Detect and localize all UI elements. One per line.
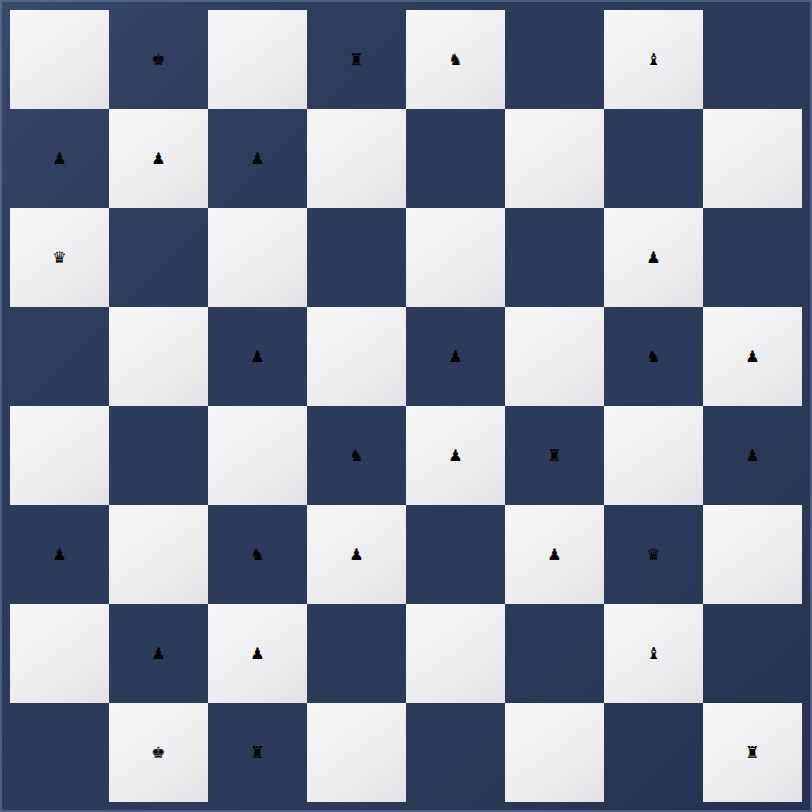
square-d5[interactable]: ♟ <box>406 406 505 505</box>
square-g3[interactable] <box>109 208 208 307</box>
square-d4[interactable]: ♟ <box>406 307 505 406</box>
black-pawn-c6[interactable]: ♟ <box>547 545 561 564</box>
black-king-g8[interactable]: ♚ <box>151 743 165 762</box>
square-c2[interactable] <box>505 109 604 208</box>
square-b8[interactable] <box>604 703 703 802</box>
square-c1[interactable] <box>505 10 604 109</box>
square-d6[interactable] <box>406 505 505 604</box>
square-a3[interactable] <box>703 208 802 307</box>
square-a1[interactable] <box>703 10 802 109</box>
square-a2[interactable] <box>703 109 802 208</box>
square-b2[interactable] <box>604 109 703 208</box>
square-c8[interactable] <box>505 703 604 802</box>
square-f3[interactable] <box>208 208 307 307</box>
square-d2[interactable] <box>406 109 505 208</box>
square-h1[interactable] <box>10 10 109 109</box>
square-h4[interactable] <box>10 307 109 406</box>
square-e4[interactable] <box>307 307 406 406</box>
white-pawn-f2[interactable]: ♟ <box>250 149 264 168</box>
black-rook-f8[interactable]: ♜ <box>250 743 264 762</box>
white-queen-h3[interactable]: ♛ <box>52 248 66 267</box>
white-pawn-h2[interactable]: ♟ <box>52 149 66 168</box>
black-pawn-a5[interactable]: ♟ <box>745 446 759 465</box>
square-e5[interactable]: ♞ <box>307 406 406 505</box>
black-knight-f6[interactable]: ♞ <box>250 545 264 564</box>
square-h6[interactable]: ♟ <box>10 505 109 604</box>
square-c5[interactable]: ♜ <box>505 406 604 505</box>
square-a7[interactable] <box>703 604 802 703</box>
square-e8[interactable] <box>307 703 406 802</box>
square-b4[interactable]: ♞ <box>604 307 703 406</box>
chess-board-frame: ♚♜♞♝♟♟♟♛♟♟♟♞♟♞♟♜♟♟♞♟♟♛♟♟♝♚♜♜ <box>0 0 812 812</box>
square-g4[interactable] <box>109 307 208 406</box>
square-b7[interactable]: ♝ <box>604 604 703 703</box>
black-pawn-g7[interactable]: ♟ <box>151 644 165 663</box>
square-e2[interactable] <box>307 109 406 208</box>
square-f8[interactable]: ♜ <box>208 703 307 802</box>
black-pawn-f7[interactable]: ♟ <box>250 644 264 663</box>
square-a5[interactable]: ♟ <box>703 406 802 505</box>
square-b6[interactable]: ♛ <box>604 505 703 604</box>
square-f6[interactable]: ♞ <box>208 505 307 604</box>
square-g6[interactable] <box>109 505 208 604</box>
black-bishop-b7[interactable]: ♝ <box>646 644 660 663</box>
square-f7[interactable]: ♟ <box>208 604 307 703</box>
square-c3[interactable] <box>505 208 604 307</box>
square-c6[interactable]: ♟ <box>505 505 604 604</box>
square-d8[interactable] <box>406 703 505 802</box>
square-f2[interactable]: ♟ <box>208 109 307 208</box>
white-pawn-a4[interactable]: ♟ <box>745 347 759 366</box>
square-f5[interactable] <box>208 406 307 505</box>
square-a6[interactable] <box>703 505 802 604</box>
square-g8[interactable]: ♚ <box>109 703 208 802</box>
square-g2[interactable]: ♟ <box>109 109 208 208</box>
square-h8[interactable] <box>10 703 109 802</box>
square-b1[interactable]: ♝ <box>604 10 703 109</box>
black-pawn-d5[interactable]: ♟ <box>448 446 462 465</box>
white-pawn-f4[interactable]: ♟ <box>250 347 264 366</box>
black-queen-b6[interactable]: ♛ <box>646 545 660 564</box>
square-d3[interactable] <box>406 208 505 307</box>
white-knight-d1[interactable]: ♞ <box>448 50 462 69</box>
white-knight-e5[interactable]: ♞ <box>349 446 363 465</box>
square-f4[interactable]: ♟ <box>208 307 307 406</box>
white-bishop-b1[interactable]: ♝ <box>646 50 660 69</box>
black-pawn-e6[interactable]: ♟ <box>349 545 363 564</box>
square-a8[interactable]: ♜ <box>703 703 802 802</box>
square-e1[interactable]: ♜ <box>307 10 406 109</box>
square-g5[interactable] <box>109 406 208 505</box>
chess-board: ♚♜♞♝♟♟♟♛♟♟♟♞♟♞♟♜♟♟♞♟♟♛♟♟♝♚♜♜ <box>10 10 802 802</box>
square-h5[interactable] <box>10 406 109 505</box>
square-g1[interactable]: ♚ <box>109 10 208 109</box>
square-f1[interactable] <box>208 10 307 109</box>
square-g7[interactable]: ♟ <box>109 604 208 703</box>
square-h2[interactable]: ♟ <box>10 109 109 208</box>
square-b3[interactable]: ♟ <box>604 208 703 307</box>
white-rook-e1[interactable]: ♜ <box>349 50 363 69</box>
square-c7[interactable] <box>505 604 604 703</box>
white-rook-c5[interactable]: ♜ <box>547 446 561 465</box>
square-h7[interactable] <box>10 604 109 703</box>
white-pawn-b3[interactable]: ♟ <box>646 248 660 267</box>
black-rook-a8[interactable]: ♜ <box>745 743 759 762</box>
square-h3[interactable]: ♛ <box>10 208 109 307</box>
square-d7[interactable] <box>406 604 505 703</box>
white-pawn-g2[interactable]: ♟ <box>151 149 165 168</box>
white-pawn-d4[interactable]: ♟ <box>448 347 462 366</box>
square-e6[interactable]: ♟ <box>307 505 406 604</box>
square-d1[interactable]: ♞ <box>406 10 505 109</box>
white-king-g1[interactable]: ♚ <box>151 50 165 69</box>
square-a4[interactable]: ♟ <box>703 307 802 406</box>
square-c4[interactable] <box>505 307 604 406</box>
black-knight-b4[interactable]: ♞ <box>646 347 660 366</box>
square-e7[interactable] <box>307 604 406 703</box>
black-pawn-h6[interactable]: ♟ <box>52 545 66 564</box>
square-e3[interactable] <box>307 208 406 307</box>
square-b5[interactable] <box>604 406 703 505</box>
